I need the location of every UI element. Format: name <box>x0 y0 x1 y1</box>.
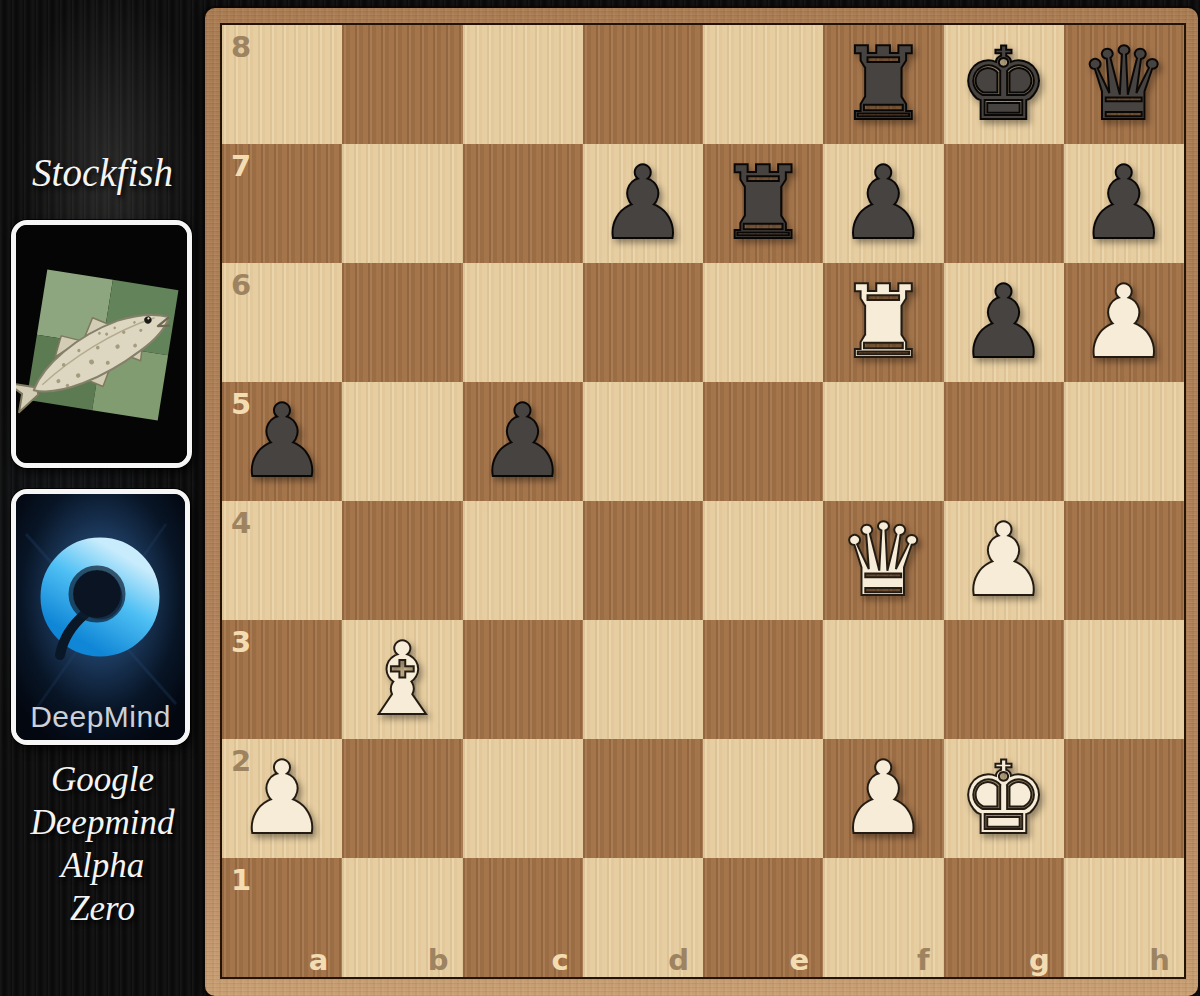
piece-black-pawn-g6[interactable]: ♟ <box>958 272 1049 373</box>
square-d7[interactable]: ♟ <box>583 144 703 263</box>
square-g2[interactable]: ♚ <box>944 739 1064 858</box>
stockfish-fish-icon <box>16 225 187 463</box>
file-label-e: e <box>790 943 810 977</box>
square-c2[interactable] <box>463 739 583 858</box>
square-d1[interactable]: d <box>583 858 703 977</box>
square-f8[interactable]: ♜ <box>823 25 943 144</box>
piece-black-pawn-h7[interactable]: ♟ <box>1079 153 1170 254</box>
square-b7[interactable] <box>342 144 462 263</box>
file-label-c: c <box>552 943 569 977</box>
square-g4[interactable]: ♟ <box>944 501 1064 620</box>
piece-black-pawn-d7[interactable]: ♟ <box>598 153 689 254</box>
square-b3[interactable]: ♝ <box>342 620 462 739</box>
piece-white-bishop-b3[interactable]: ♝ <box>357 629 448 730</box>
rank-label-8: 8 <box>231 30 251 64</box>
rank-label-7: 7 <box>231 149 251 183</box>
deepmind-wordmark: DeepMind <box>16 700 185 734</box>
square-d8[interactable] <box>583 25 703 144</box>
square-f7[interactable]: ♟ <box>823 144 943 263</box>
square-g6[interactable]: ♟ <box>944 263 1064 382</box>
board: 8♜♚♛7♟♜♟♟6♜♟♟5♟♟4♛♟3♝2♟♟♚1abcdefgh <box>220 23 1186 979</box>
piece-white-pawn-a2[interactable]: ♟ <box>237 748 328 849</box>
square-f6[interactable]: ♜ <box>823 263 943 382</box>
piece-black-pawn-a5[interactable]: ♟ <box>237 391 328 492</box>
square-e5[interactable] <box>703 382 823 501</box>
file-label-d: d <box>668 943 689 977</box>
piece-white-queen-f4[interactable]: ♛ <box>838 510 929 611</box>
square-d3[interactable] <box>583 620 703 739</box>
square-h2[interactable] <box>1064 739 1184 858</box>
square-h3[interactable] <box>1064 620 1184 739</box>
square-b4[interactable] <box>342 501 462 620</box>
square-d6[interactable] <box>583 263 703 382</box>
square-a6[interactable]: 6 <box>222 263 342 382</box>
piece-black-pawn-c5[interactable]: ♟ <box>477 391 568 492</box>
square-e7[interactable]: ♜ <box>703 144 823 263</box>
square-g7[interactable] <box>944 144 1064 263</box>
square-a7[interactable]: 7 <box>222 144 342 263</box>
rank-label-6: 6 <box>231 268 251 302</box>
piece-white-pawn-h6[interactable]: ♟ <box>1079 272 1170 373</box>
file-label-h: h <box>1149 943 1170 977</box>
file-label-g: g <box>1029 943 1050 977</box>
square-h6[interactable]: ♟ <box>1064 263 1184 382</box>
square-e4[interactable] <box>703 501 823 620</box>
square-g1[interactable]: g <box>944 858 1064 977</box>
black-engine-line-3: Alpha <box>0 844 205 887</box>
piece-black-rook-f8[interactable]: ♜ <box>838 34 929 135</box>
rank-label-1: 1 <box>231 863 251 897</box>
piece-black-king-g8[interactable]: ♚ <box>958 34 1049 135</box>
sidebar: Stockfish <box>0 0 205 996</box>
square-c1[interactable]: c <box>463 858 583 977</box>
square-h7[interactable]: ♟ <box>1064 144 1184 263</box>
black-engine-name: Google Deepmind Alpha Zero <box>0 758 205 930</box>
square-c4[interactable] <box>463 501 583 620</box>
square-d5[interactable] <box>583 382 703 501</box>
square-d2[interactable] <box>583 739 703 858</box>
square-f2[interactable]: ♟ <box>823 739 943 858</box>
black-engine-line-1: Google <box>0 758 205 801</box>
square-e3[interactable] <box>703 620 823 739</box>
square-d4[interactable] <box>583 501 703 620</box>
square-c8[interactable] <box>463 25 583 144</box>
square-a1[interactable]: 1a <box>222 858 342 977</box>
square-c6[interactable] <box>463 263 583 382</box>
file-label-a: a <box>309 943 329 977</box>
white-engine-name: Stockfish <box>0 150 205 195</box>
square-a5[interactable]: 5♟ <box>222 382 342 501</box>
file-label-b: b <box>428 943 449 977</box>
square-b1[interactable]: b <box>342 858 462 977</box>
black-engine-line-4: Zero <box>0 887 205 930</box>
square-f1[interactable]: f <box>823 858 943 977</box>
square-e6[interactable] <box>703 263 823 382</box>
piece-black-queen-h8[interactable]: ♛ <box>1079 34 1170 135</box>
square-c7[interactable] <box>463 144 583 263</box>
square-g5[interactable] <box>944 382 1064 501</box>
square-h5[interactable] <box>1064 382 1184 501</box>
square-b5[interactable] <box>342 382 462 501</box>
square-a2[interactable]: 2♟ <box>222 739 342 858</box>
square-f4[interactable]: ♛ <box>823 501 943 620</box>
deepmind-logo: DeepMind <box>11 489 190 745</box>
square-e2[interactable] <box>703 739 823 858</box>
square-c3[interactable] <box>463 620 583 739</box>
square-a4[interactable]: 4 <box>222 501 342 620</box>
board-frame: 8♜♚♛7♟♜♟♟6♜♟♟5♟♟4♛♟3♝2♟♟♚1abcdefgh <box>205 8 1198 996</box>
piece-white-rook-f6[interactable]: ♜ <box>838 272 929 373</box>
square-a3[interactable]: 3 <box>222 620 342 739</box>
square-b2[interactable] <box>342 739 462 858</box>
square-f5[interactable] <box>823 382 943 501</box>
square-h8[interactable]: ♛ <box>1064 25 1184 144</box>
piece-white-pawn-f2[interactable]: ♟ <box>838 748 929 849</box>
square-c5[interactable]: ♟ <box>463 382 583 501</box>
square-a8[interactable]: 8 <box>222 25 342 144</box>
piece-black-pawn-f7[interactable]: ♟ <box>838 153 929 254</box>
square-h4[interactable] <box>1064 501 1184 620</box>
square-f3[interactable] <box>823 620 943 739</box>
square-e8[interactable] <box>703 25 823 144</box>
rank-label-4: 4 <box>231 506 251 540</box>
file-label-f: f <box>917 943 930 977</box>
piece-white-king-g2[interactable]: ♚ <box>958 748 1049 849</box>
piece-white-pawn-g4[interactable]: ♟ <box>958 510 1049 611</box>
rank-label-3: 3 <box>231 625 251 659</box>
square-b6[interactable] <box>342 263 462 382</box>
black-engine-line-2: Deepmind <box>0 801 205 844</box>
square-h1[interactable]: h <box>1064 858 1184 977</box>
square-g8[interactable]: ♚ <box>944 25 1064 144</box>
square-e1[interactable]: e <box>703 858 823 977</box>
square-g3[interactable] <box>944 620 1064 739</box>
stockfish-logo <box>11 220 192 468</box>
square-b8[interactable] <box>342 25 462 144</box>
piece-black-rook-e7[interactable]: ♜ <box>718 153 809 254</box>
